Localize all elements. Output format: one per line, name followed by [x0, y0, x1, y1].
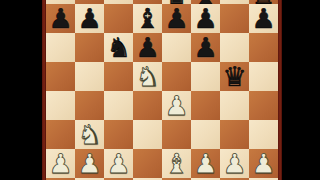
square-a5[interactable] [46, 62, 75, 91]
square-d2[interactable] [133, 149, 162, 178]
square-h5[interactable] [249, 62, 278, 91]
square-b5[interactable] [75, 62, 104, 91]
piece-white-pawn: ♟ [220, 149, 249, 178]
square-e6[interactable] [162, 33, 191, 62]
square-h3[interactable] [249, 120, 278, 149]
piece-black-queen: ♛ [220, 62, 249, 91]
square-d3[interactable] [133, 120, 162, 149]
piece-black-bishop: ♝ [133, 4, 162, 33]
square-a6[interactable] [46, 33, 75, 62]
square-e2[interactable]: ♝ [162, 149, 191, 178]
piece-white-knight: ♞ [75, 120, 104, 149]
square-h2[interactable]: ♟ [249, 149, 278, 178]
piece-white-pawn: ♟ [249, 149, 278, 178]
square-h7[interactable]: ♟ [249, 4, 278, 33]
piece-black-pawn: ♟ [162, 4, 191, 33]
square-a1[interactable] [46, 178, 75, 180]
square-d7[interactable]: ♝ [133, 4, 162, 33]
piece-white-knight: ♞ [133, 62, 162, 91]
square-d5[interactable]: ♞ [133, 62, 162, 91]
square-c5[interactable] [104, 62, 133, 91]
square-f4[interactable] [191, 91, 220, 120]
square-f2[interactable]: ♟ [191, 149, 220, 178]
square-c3[interactable] [104, 120, 133, 149]
square-e4[interactable]: ♟ [162, 91, 191, 120]
square-e3[interactable] [162, 120, 191, 149]
piece-black-pawn: ♟ [133, 33, 162, 62]
square-b2[interactable]: ♟ [75, 149, 104, 178]
piece-white-bishop: ♝ [162, 149, 191, 178]
piece-black-pawn: ♟ [46, 4, 75, 33]
square-g4[interactable] [220, 91, 249, 120]
square-e7[interactable]: ♟ [162, 4, 191, 33]
square-c7[interactable] [104, 4, 133, 33]
square-b7[interactable]: ♟ [75, 4, 104, 33]
square-e5[interactable] [162, 62, 191, 91]
square-e1[interactable] [162, 178, 191, 180]
square-g3[interactable] [220, 120, 249, 149]
piece-black-pawn: ♟ [191, 33, 220, 62]
piece-white-pawn: ♟ [162, 91, 191, 120]
square-c4[interactable] [104, 91, 133, 120]
square-c6[interactable]: ♞ [104, 33, 133, 62]
square-g1[interactable] [220, 178, 249, 180]
screenshot-frame: ♚♝♜♟♟♝♟♟♟♞♟♟♞♛♟♞♟♟♟♝♟♟♟ [0, 0, 320, 180]
piece-white-pawn: ♟ [75, 149, 104, 178]
square-b3[interactable]: ♞ [75, 120, 104, 149]
piece-white-pawn: ♟ [46, 149, 75, 178]
square-f1[interactable] [191, 178, 220, 180]
square-f5[interactable] [191, 62, 220, 91]
board-frame-right [278, 0, 282, 180]
square-b4[interactable] [75, 91, 104, 120]
square-c1[interactable] [104, 178, 133, 180]
piece-white-pawn: ♟ [191, 149, 220, 178]
square-g6[interactable] [220, 33, 249, 62]
square-f3[interactable] [191, 120, 220, 149]
square-f6[interactable]: ♟ [191, 33, 220, 62]
square-h6[interactable] [249, 33, 278, 62]
square-a2[interactable]: ♟ [46, 149, 75, 178]
square-a3[interactable] [46, 120, 75, 149]
square-g2[interactable]: ♟ [220, 149, 249, 178]
square-b6[interactable] [75, 33, 104, 62]
square-d4[interactable] [133, 91, 162, 120]
piece-black-knight: ♞ [104, 33, 133, 62]
square-a7[interactable]: ♟ [46, 4, 75, 33]
piece-black-pawn: ♟ [75, 4, 104, 33]
square-d6[interactable]: ♟ [133, 33, 162, 62]
square-a4[interactable] [46, 91, 75, 120]
piece-black-pawn: ♟ [191, 4, 220, 33]
square-g5[interactable]: ♛ [220, 62, 249, 91]
square-d1[interactable] [133, 178, 162, 180]
square-b1[interactable] [75, 178, 104, 180]
piece-black-pawn: ♟ [249, 4, 278, 33]
chess-board: ♚♝♜♟♟♝♟♟♟♞♟♟♞♛♟♞♟♟♟♝♟♟♟ [46, 0, 278, 180]
square-h4[interactable] [249, 91, 278, 120]
square-c2[interactable]: ♟ [104, 149, 133, 178]
piece-white-pawn: ♟ [104, 149, 133, 178]
square-f7[interactable]: ♟ [191, 4, 220, 33]
square-g7[interactable] [220, 4, 249, 33]
square-h1[interactable] [249, 178, 278, 180]
